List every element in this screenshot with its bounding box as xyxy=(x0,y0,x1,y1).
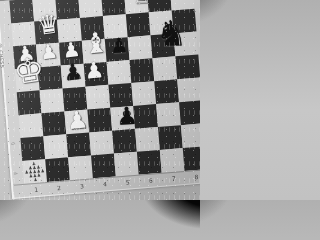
square-g7 xyxy=(149,11,174,36)
square-h7 xyxy=(172,9,197,34)
square-b8 xyxy=(32,0,57,22)
square-b7 xyxy=(34,20,59,45)
square-f5 xyxy=(130,58,155,83)
square-f1 xyxy=(137,150,162,175)
square-g2 xyxy=(158,125,183,150)
square-d8 xyxy=(78,0,103,18)
square-h2 xyxy=(181,123,200,148)
brand-mark: ◎ CHESS xyxy=(0,43,9,103)
square-d5 xyxy=(84,62,109,87)
square-f3 xyxy=(133,104,158,129)
square-a3 xyxy=(19,113,44,138)
left-edge-label-4: 4 xyxy=(13,172,19,176)
square-b6 xyxy=(36,43,61,68)
square-b2 xyxy=(43,134,68,159)
federation-logo-icon: ◎ xyxy=(0,43,4,48)
square-h5 xyxy=(175,55,200,80)
square-d2 xyxy=(89,131,114,156)
corner-pawn-emblem: ♟♟♟♟♟♟♟♟♟♟♟♟♟ xyxy=(24,161,46,183)
square-f6 xyxy=(128,35,153,60)
square-c4 xyxy=(63,87,88,112)
chessboard-photo: { "game": "chess", "medium": "black-and-… xyxy=(0,0,200,200)
brand-text: CHESS xyxy=(0,50,5,68)
square-a4 xyxy=(17,90,42,115)
square-d7 xyxy=(80,16,105,41)
bottom-edge-label-1: 1 xyxy=(34,186,38,193)
square-a5 xyxy=(15,67,40,92)
square-b1 xyxy=(45,157,70,182)
square-b3 xyxy=(41,111,66,136)
square-f4 xyxy=(131,81,156,106)
square-e6 xyxy=(105,37,130,62)
square-c2 xyxy=(66,133,91,158)
left-edge-label-6: 6 xyxy=(10,142,16,146)
square-d3 xyxy=(87,108,112,133)
square-e1 xyxy=(114,152,139,177)
square-d6 xyxy=(82,39,107,64)
square-c6 xyxy=(59,41,84,66)
square-h6 xyxy=(174,32,199,57)
square-e5 xyxy=(107,60,132,85)
bottom-edge-label-5: 5 xyxy=(126,178,130,185)
bottom-edge-label-3: 3 xyxy=(80,182,84,189)
square-c1 xyxy=(68,155,93,180)
chess-board: ◎ CHESS 64 12345678 ♟♟♟♟♟♟♟♟♟♟♟♟♟ ♜♛♟♟♟♝… xyxy=(0,0,200,199)
bottom-edge-label-8: 8 xyxy=(194,173,198,180)
bottom-edge-label-6: 6 xyxy=(149,177,153,184)
square-c8 xyxy=(55,0,80,20)
square-c3 xyxy=(64,110,89,135)
bottom-edge-label-2: 2 xyxy=(57,184,61,191)
square-f7 xyxy=(126,12,151,37)
square-a8 xyxy=(9,0,34,23)
square-a2 xyxy=(20,136,45,161)
square-h3 xyxy=(179,100,200,125)
square-b5 xyxy=(38,66,63,91)
square-h4 xyxy=(177,77,200,102)
bottom-edge-label-4: 4 xyxy=(103,180,107,187)
square-a7 xyxy=(11,22,36,47)
square-e4 xyxy=(108,83,133,108)
square-e3 xyxy=(110,106,135,131)
playing-area xyxy=(9,0,200,184)
square-c7 xyxy=(57,18,82,43)
square-f2 xyxy=(135,127,160,152)
square-c5 xyxy=(61,64,86,89)
square-a6 xyxy=(13,45,38,70)
square-d4 xyxy=(86,85,111,110)
square-e7 xyxy=(103,14,128,39)
square-d1 xyxy=(91,154,116,179)
square-g5 xyxy=(152,56,177,81)
square-g4 xyxy=(154,79,179,104)
square-b4 xyxy=(40,89,65,114)
bottom-edge-label-7: 7 xyxy=(171,175,175,182)
square-g1 xyxy=(160,148,185,173)
square-g6 xyxy=(151,33,176,58)
square-g3 xyxy=(156,102,181,127)
square-h1 xyxy=(183,146,200,171)
square-e2 xyxy=(112,129,137,154)
